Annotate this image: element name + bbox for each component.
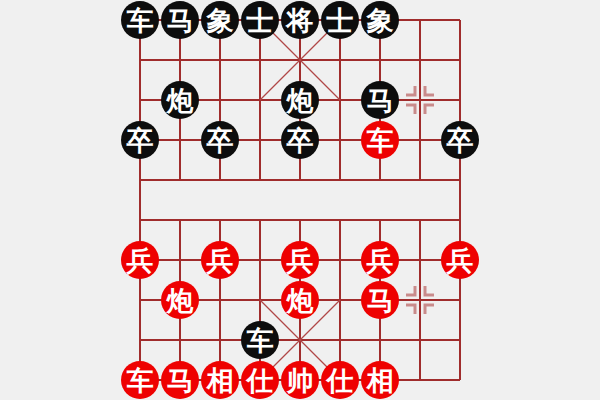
piece-black-chariot[interactable]: 车: [121, 1, 159, 39]
piece-red-elephant[interactable]: 相: [201, 361, 239, 399]
piece-red-cannon[interactable]: 炮: [161, 281, 199, 319]
piece-black-elephant[interactable]: 象: [361, 1, 399, 39]
piece-red-chariot[interactable]: 车: [361, 121, 399, 159]
piece-black-horse[interactable]: 马: [361, 81, 399, 119]
piece-black-cannon[interactable]: 炮: [281, 81, 319, 119]
piece-black-cannon[interactable]: 炮: [161, 81, 199, 119]
piece-red-soldier[interactable]: 兵: [201, 241, 239, 279]
piece-red-horse[interactable]: 马: [161, 361, 199, 399]
piece-red-general[interactable]: 帅: [281, 361, 319, 399]
piece-red-soldier[interactable]: 兵: [281, 241, 319, 279]
piece-red-elephant[interactable]: 相: [361, 361, 399, 399]
piece-black-advisor[interactable]: 士: [241, 1, 279, 39]
piece-red-cannon[interactable]: 炮: [281, 281, 319, 319]
piece-black-soldier[interactable]: 卒: [281, 121, 319, 159]
piece-red-advisor[interactable]: 仕: [321, 361, 359, 399]
piece-red-horse[interactable]: 马: [361, 281, 399, 319]
piece-red-chariot[interactable]: 车: [121, 361, 159, 399]
piece-red-soldier[interactable]: 兵: [121, 241, 159, 279]
piece-black-soldier[interactable]: 卒: [121, 121, 159, 159]
piece-red-soldier[interactable]: 兵: [361, 241, 399, 279]
piece-black-horse[interactable]: 马: [161, 1, 199, 39]
piece-black-general[interactable]: 将: [281, 1, 319, 39]
pieces-layer: 车马象士将士象炮炮马卒卒卒车卒兵兵兵兵兵炮炮马车车马相仕帅仕相: [0, 0, 600, 400]
piece-black-soldier[interactable]: 卒: [201, 121, 239, 159]
piece-black-soldier[interactable]: 卒: [441, 121, 479, 159]
piece-red-advisor[interactable]: 仕: [241, 361, 279, 399]
piece-black-chariot[interactable]: 车: [241, 321, 279, 359]
piece-black-elephant[interactable]: 象: [201, 1, 239, 39]
xiangqi-board-screen: 车马象士将士象炮炮马卒卒卒车卒兵兵兵兵兵炮炮马车车马相仕帅仕相: [0, 0, 600, 400]
piece-black-advisor[interactable]: 士: [321, 1, 359, 39]
piece-red-soldier[interactable]: 兵: [441, 241, 479, 279]
